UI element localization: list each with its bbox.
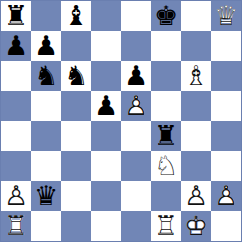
square-f4[interactable]: ♜: [151, 121, 181, 151]
piece-white-rook[interactable]: ♜♖: [151, 211, 181, 241]
square-f5[interactable]: [151, 91, 181, 121]
white-piece-outline: ♙: [1, 181, 31, 211]
square-e5[interactable]: ♟♙: [121, 91, 151, 121]
piece-black-rook[interactable]: ♜: [151, 121, 181, 151]
square-f1[interactable]: ♜♖: [151, 211, 181, 241]
square-b4[interactable]: [31, 121, 61, 151]
square-g5[interactable]: [181, 91, 211, 121]
white-piece-outline: ♖: [151, 211, 181, 241]
piece-black-queen[interactable]: ♛: [31, 181, 61, 211]
piece-black-pawn[interactable]: ♟: [121, 61, 151, 91]
piece-black-knight[interactable]: ♞: [61, 61, 91, 91]
square-b8[interactable]: [31, 1, 61, 31]
square-g2[interactable]: ♟♙: [181, 181, 211, 211]
square-d7[interactable]: [91, 31, 121, 61]
white-piece-outline: ♗: [181, 61, 211, 91]
square-c5[interactable]: [61, 91, 91, 121]
square-h4[interactable]: [211, 121, 241, 151]
piece-black-pawn[interactable]: ♟: [91, 91, 121, 121]
square-c3[interactable]: [61, 151, 91, 181]
square-g6[interactable]: ♝♗: [181, 61, 211, 91]
square-e4[interactable]: [121, 121, 151, 151]
square-c2[interactable]: [61, 181, 91, 211]
piece-white-king[interactable]: ♚♔: [181, 211, 211, 241]
square-a2[interactable]: ♟♙: [1, 181, 31, 211]
square-e6[interactable]: ♟: [121, 61, 151, 91]
piece-black-pawn[interactable]: ♟: [1, 31, 31, 61]
piece-white-rook[interactable]: ♜♖: [1, 211, 31, 241]
piece-black-bishop[interactable]: ♝: [61, 1, 91, 31]
square-h8[interactable]: ♛♕: [211, 1, 241, 31]
square-a8[interactable]: ♜: [1, 1, 31, 31]
chess-board: ♜♝♚♛♕♟♟♞♞♟♝♗♟♟♙♜♞♘♟♙♛♟♙♟♙♜♖♜♖♚♔: [0, 0, 242, 242]
square-d1[interactable]: [91, 211, 121, 241]
square-e8[interactable]: [121, 1, 151, 31]
square-f3[interactable]: ♞♘: [151, 151, 181, 181]
square-f8[interactable]: ♚: [151, 1, 181, 31]
square-f2[interactable]: [151, 181, 181, 211]
white-piece-outline: ♘: [151, 151, 181, 181]
square-a4[interactable]: [1, 121, 31, 151]
square-f6[interactable]: [151, 61, 181, 91]
square-a6[interactable]: [1, 61, 31, 91]
square-a7[interactable]: ♟: [1, 31, 31, 61]
piece-white-bishop[interactable]: ♝♗: [181, 61, 211, 91]
square-d4[interactable]: [91, 121, 121, 151]
square-e2[interactable]: [121, 181, 151, 211]
square-h5[interactable]: [211, 91, 241, 121]
square-h3[interactable]: [211, 151, 241, 181]
square-f7[interactable]: [151, 31, 181, 61]
piece-white-pawn[interactable]: ♟♙: [121, 91, 151, 121]
piece-black-knight[interactable]: ♞: [31, 61, 61, 91]
piece-black-king[interactable]: ♚: [151, 1, 181, 31]
square-h6[interactable]: [211, 61, 241, 91]
square-d8[interactable]: [91, 1, 121, 31]
square-a3[interactable]: [1, 151, 31, 181]
square-e1[interactable]: [121, 211, 151, 241]
white-piece-outline: ♔: [181, 211, 211, 241]
square-c4[interactable]: [61, 121, 91, 151]
square-g4[interactable]: [181, 121, 211, 151]
white-piece-outline: ♕: [211, 1, 241, 31]
square-a1[interactable]: ♜♖: [1, 211, 31, 241]
square-b6[interactable]: ♞: [31, 61, 61, 91]
square-g7[interactable]: [181, 31, 211, 61]
square-d3[interactable]: [91, 151, 121, 181]
square-g3[interactable]: [181, 151, 211, 181]
white-piece-outline: ♙: [181, 181, 211, 211]
square-c7[interactable]: [61, 31, 91, 61]
square-b7[interactable]: ♟: [31, 31, 61, 61]
square-h7[interactable]: [211, 31, 241, 61]
square-d5[interactable]: ♟: [91, 91, 121, 121]
piece-white-queen[interactable]: ♛♕: [211, 1, 241, 31]
square-d6[interactable]: [91, 61, 121, 91]
piece-black-rook[interactable]: ♜: [1, 1, 31, 31]
square-c8[interactable]: ♝: [61, 1, 91, 31]
square-c1[interactable]: [61, 211, 91, 241]
square-e7[interactable]: [121, 31, 151, 61]
piece-white-pawn[interactable]: ♟♙: [211, 181, 241, 211]
square-c6[interactable]: ♞: [61, 61, 91, 91]
square-b5[interactable]: [31, 91, 61, 121]
white-piece-outline: ♖: [1, 211, 31, 241]
white-piece-outline: ♙: [211, 181, 241, 211]
piece-white-knight[interactable]: ♞♘: [151, 151, 181, 181]
white-piece-outline: ♙: [121, 91, 151, 121]
square-g1[interactable]: ♚♔: [181, 211, 211, 241]
square-h1[interactable]: [211, 211, 241, 241]
square-a5[interactable]: [1, 91, 31, 121]
square-g8[interactable]: [181, 1, 211, 31]
piece-white-pawn[interactable]: ♟♙: [1, 181, 31, 211]
square-h2[interactable]: ♟♙: [211, 181, 241, 211]
square-b3[interactable]: [31, 151, 61, 181]
piece-white-pawn[interactable]: ♟♙: [181, 181, 211, 211]
square-d2[interactable]: [91, 181, 121, 211]
square-b2[interactable]: ♛: [31, 181, 61, 211]
piece-black-pawn[interactable]: ♟: [31, 31, 61, 61]
square-b1[interactable]: [31, 211, 61, 241]
square-e3[interactable]: [121, 151, 151, 181]
